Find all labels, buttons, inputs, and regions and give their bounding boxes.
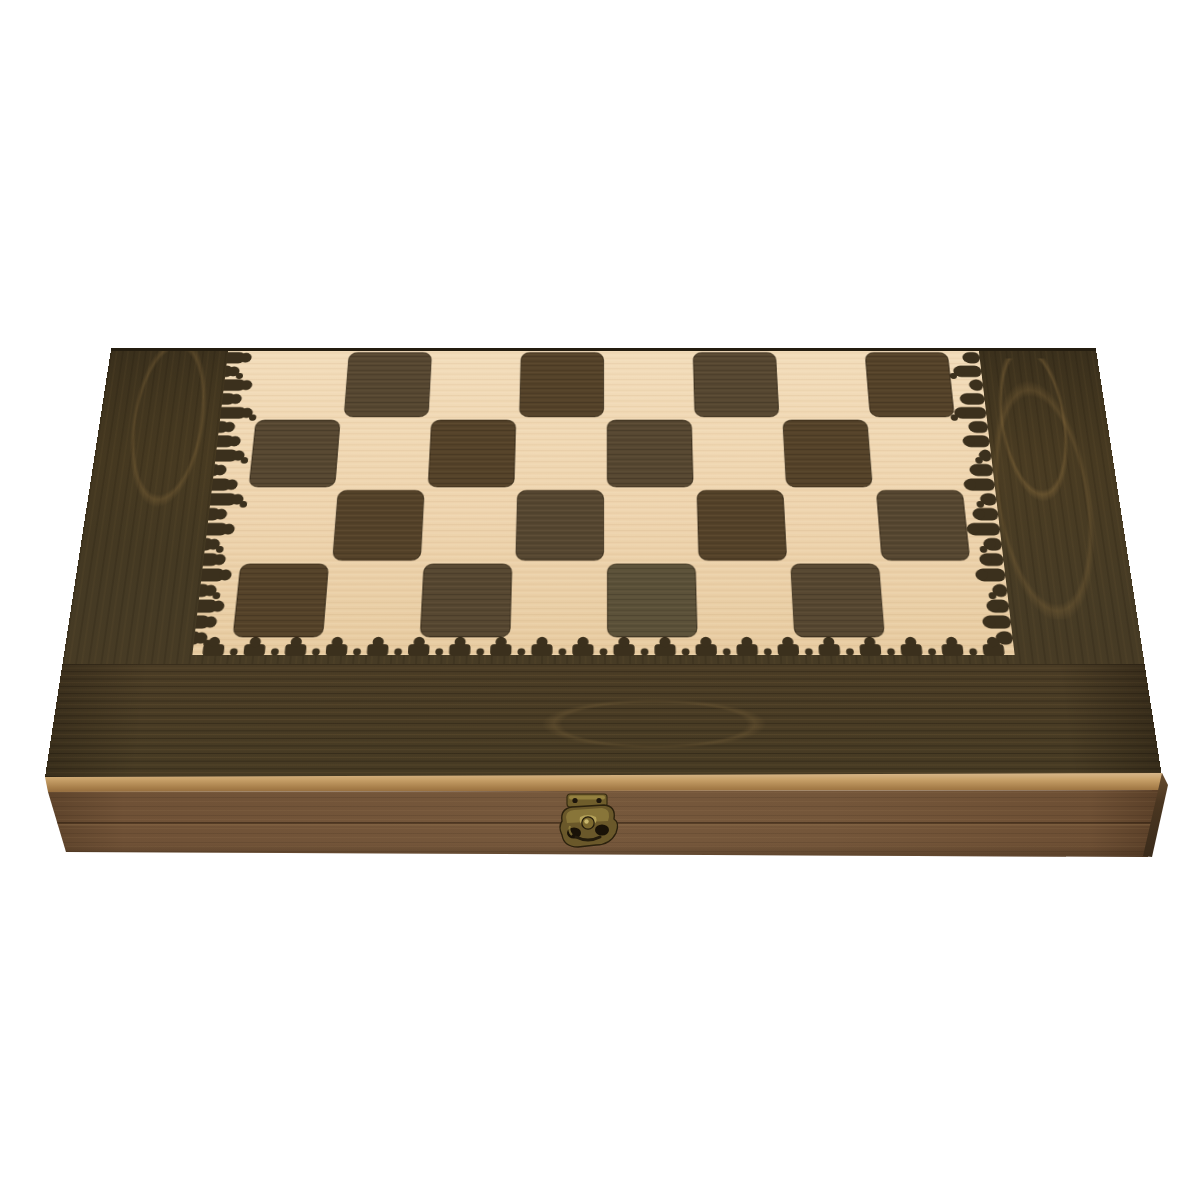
box-lid-top <box>45 348 1162 777</box>
board-dark-square-grain <box>420 564 512 637</box>
board-dark-square-grain <box>791 564 885 637</box>
board-dark-square-grain <box>516 490 604 560</box>
board-dark-square-grain <box>249 420 340 487</box>
board-dark-square-grain <box>428 420 516 487</box>
board-dark-square-grain <box>697 490 787 560</box>
brass-latch-icon <box>552 793 622 853</box>
board-dark-square-grain <box>233 564 329 637</box>
board-dark-square-grain <box>333 490 425 560</box>
board-dark-square-grain <box>865 352 954 416</box>
checkerboard-panel <box>191 351 1016 668</box>
wood-grain-front-band <box>45 664 1162 777</box>
board-dark-square-grain <box>693 352 779 416</box>
board-dark-square-grain <box>876 490 970 560</box>
board-dark-square-grain <box>783 420 873 487</box>
board-dark-square-grain <box>519 352 603 416</box>
board-dark-square-grain <box>607 420 693 487</box>
board-dark-square-grain <box>607 564 697 637</box>
product-photo <box>0 0 1200 1200</box>
board-dark-square-grain <box>344 352 432 416</box>
